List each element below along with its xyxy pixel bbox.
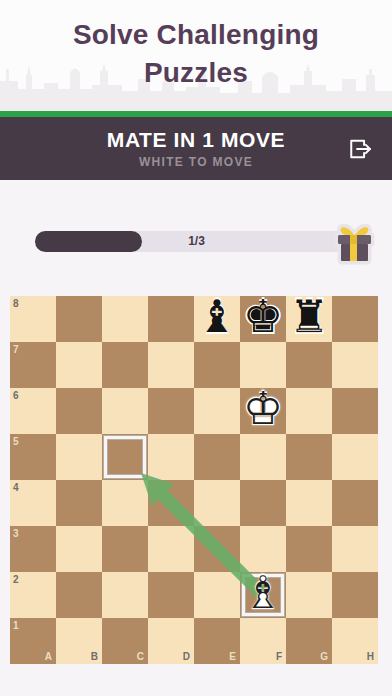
rank-label-4: 4 <box>13 482 19 493</box>
rank-label-3: 3 <box>13 528 19 539</box>
square-h6[interactable] <box>332 388 378 434</box>
file-label-h: H <box>367 651 374 662</box>
square-d7[interactable] <box>148 342 194 388</box>
square-d5[interactable] <box>148 434 194 480</box>
square-h1[interactable]: H <box>332 618 378 664</box>
square-c1[interactable]: C <box>102 618 148 664</box>
square-b4[interactable] <box>56 480 102 526</box>
file-label-c: C <box>137 651 144 662</box>
puzzle-banner: MATE IN 1 MOVE WHITE TO MOVE <box>0 117 392 180</box>
exit-button[interactable] <box>341 131 379 167</box>
rank-label-2: 2 <box>13 574 19 585</box>
square-d1[interactable]: D <box>148 618 194 664</box>
square-b8[interactable] <box>56 296 102 342</box>
white-king-glyph: ♔ <box>243 386 283 431</box>
puzzle-banner-title: MATE IN 1 MOVE <box>107 128 285 152</box>
square-c4[interactable] <box>102 480 148 526</box>
square-f1[interactable]: F <box>240 618 286 664</box>
exit-icon <box>345 135 375 163</box>
rank-label-1: 1 <box>13 620 19 631</box>
square-g3[interactable] <box>286 526 332 572</box>
square-h8[interactable] <box>332 296 378 342</box>
square-a2[interactable]: 2 <box>10 572 56 618</box>
square-a5[interactable]: 5 <box>10 434 56 480</box>
file-label-f: F <box>276 651 282 662</box>
piece-black-bishop-e8[interactable]: ♝♝ <box>194 296 240 342</box>
square-b5[interactable] <box>56 434 102 480</box>
rank-label-5: 5 <box>13 436 19 447</box>
square-b2[interactable] <box>56 572 102 618</box>
progress-label: 1/3 <box>35 231 358 252</box>
highlight-c5 <box>104 436 146 478</box>
square-c2[interactable] <box>102 572 148 618</box>
page-title-line1: Solve Challenging <box>0 16 392 54</box>
square-g8[interactable]: ♜♜ <box>286 296 332 342</box>
square-f2[interactable]: ♝♗ <box>240 572 286 618</box>
square-a1[interactable]: 1A <box>10 618 56 664</box>
square-e3[interactable] <box>194 526 240 572</box>
file-label-a: A <box>45 651 52 662</box>
square-a6[interactable]: 6 <box>10 388 56 434</box>
square-b1[interactable]: B <box>56 618 102 664</box>
piece-black-rook-g8[interactable]: ♜♜ <box>286 296 332 342</box>
square-f8[interactable]: ♚♚ <box>240 296 286 342</box>
square-g6[interactable] <box>286 388 332 434</box>
square-e1[interactable]: E <box>194 618 240 664</box>
file-label-g: G <box>320 651 328 662</box>
square-c5[interactable] <box>102 434 148 480</box>
puzzle-progress: 1/3 <box>0 215 392 269</box>
square-d4[interactable] <box>148 480 194 526</box>
square-e6[interactable] <box>194 388 240 434</box>
progress-bar: 1/3 <box>35 231 358 252</box>
turn-indicator: WHITE TO MOVE <box>139 155 253 169</box>
square-e2[interactable] <box>194 572 240 618</box>
square-g4[interactable] <box>286 480 332 526</box>
black-bishop-glyph: ♝ <box>197 294 237 339</box>
square-e4[interactable] <box>194 480 240 526</box>
square-b7[interactable] <box>56 342 102 388</box>
piece-black-king-f8[interactable]: ♚♚ <box>240 296 286 342</box>
square-g7[interactable] <box>286 342 332 388</box>
piece-white-king-f6[interactable]: ♚♔ <box>240 388 286 434</box>
white-bishop-glyph: ♗ <box>243 570 283 615</box>
square-e5[interactable] <box>194 434 240 480</box>
square-e8[interactable]: ♝♝ <box>194 296 240 342</box>
square-f4[interactable] <box>240 480 286 526</box>
square-g1[interactable]: G <box>286 618 332 664</box>
square-h4[interactable] <box>332 480 378 526</box>
file-label-d: D <box>183 651 190 662</box>
square-c6[interactable] <box>102 388 148 434</box>
black-rook-glyph: ♜ <box>289 294 329 339</box>
page-title-line2: Puzzles <box>0 54 392 92</box>
square-h3[interactable] <box>332 526 378 572</box>
rank-label-8: 8 <box>13 298 19 309</box>
square-c7[interactable] <box>102 342 148 388</box>
square-d8[interactable] <box>148 296 194 342</box>
file-label-b: B <box>91 651 98 662</box>
square-c8[interactable] <box>102 296 148 342</box>
square-g5[interactable] <box>286 434 332 480</box>
square-d2[interactable] <box>148 572 194 618</box>
square-g2[interactable] <box>286 572 332 618</box>
square-a4[interactable]: 4 <box>10 480 56 526</box>
chess-board: 8♝♝♚♚♜♜76♚♔5432♝♗1ABCDEFGH <box>10 296 378 664</box>
gift-icon <box>328 215 381 268</box>
square-a3[interactable]: 3 <box>10 526 56 572</box>
square-e7[interactable] <box>194 342 240 388</box>
square-a8[interactable]: 8 <box>10 296 56 342</box>
square-d6[interactable] <box>148 388 194 434</box>
square-a7[interactable]: 7 <box>10 342 56 388</box>
gift-button[interactable] <box>328 215 381 268</box>
square-c3[interactable] <box>102 526 148 572</box>
board-grid: 8♝♝♚♚♜♜76♚♔5432♝♗1ABCDEFGH <box>10 296 378 664</box>
square-h5[interactable] <box>332 434 378 480</box>
square-f6[interactable]: ♚♔ <box>240 388 286 434</box>
app-screen: Solve Challenging Puzzles MATE IN 1 MOVE… <box>0 0 392 696</box>
header: Solve Challenging Puzzles <box>0 0 392 111</box>
square-h7[interactable] <box>332 342 378 388</box>
square-b6[interactable] <box>56 388 102 434</box>
page-title: Solve Challenging Puzzles <box>0 0 392 92</box>
square-f5[interactable] <box>240 434 286 480</box>
piece-white-bishop-f2[interactable]: ♝♗ <box>240 572 286 618</box>
file-label-e: E <box>229 651 236 662</box>
square-h2[interactable] <box>332 572 378 618</box>
black-king-glyph: ♚ <box>243 294 283 339</box>
square-d3[interactable] <box>148 526 194 572</box>
rank-label-7: 7 <box>13 344 19 355</box>
rank-label-6: 6 <box>13 390 19 401</box>
square-b3[interactable] <box>56 526 102 572</box>
